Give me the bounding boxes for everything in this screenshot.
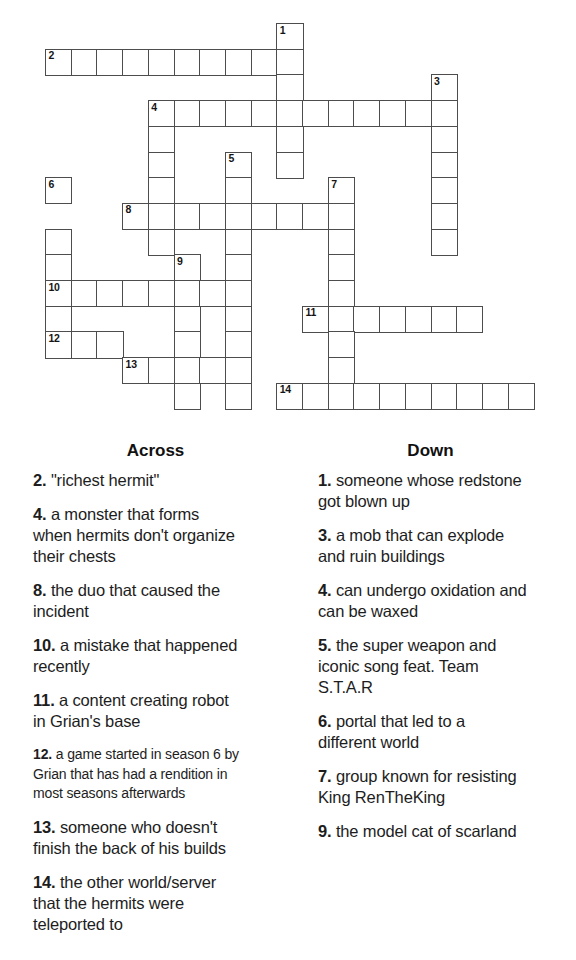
cell-number: 12 (49, 333, 60, 345)
grid-cell[interactable] (276, 203, 303, 230)
grid-cell[interactable]: 5 (225, 152, 252, 179)
clue-number: 11. (33, 691, 55, 709)
cell-number: 13 (126, 359, 137, 371)
grid-cell[interactable] (225, 331, 252, 358)
grid-cell[interactable] (174, 203, 201, 230)
clue-text: group known for resisting King RenTheKin… (318, 767, 517, 806)
grid-cell[interactable] (276, 74, 303, 101)
cell-number: 10 (49, 282, 60, 294)
across-clue-item: 13. someone who doesn't finish the back … (33, 817, 278, 859)
clue-number: 12. (33, 746, 52, 762)
clue-number: 3. (318, 526, 331, 544)
down-clue-item: 4. can undergo oxidation and can be waxe… (318, 580, 543, 622)
grid-cell[interactable]: 7 (328, 177, 355, 204)
clue-number: 8. (33, 581, 46, 599)
grid-cell[interactable] (456, 383, 483, 410)
grid-cell[interactable] (276, 126, 303, 153)
grid-cell[interactable]: 8 (122, 203, 149, 230)
grid-cell[interactable] (431, 126, 458, 153)
grid-cell[interactable]: 1 (276, 23, 303, 50)
grid-cell[interactable] (71, 49, 98, 76)
down-clue-item: 7. group known for resisting King RenThe… (318, 766, 543, 808)
grid-cell[interactable] (328, 280, 355, 307)
clue-number: 10. (33, 636, 56, 654)
grid-cell[interactable] (251, 49, 278, 76)
down-clues: Down 1. someone whose redstone got blown… (318, 440, 543, 855)
grid-cell[interactable] (302, 100, 329, 127)
cell-number: 7 (331, 179, 337, 191)
grid-cell[interactable] (148, 229, 175, 256)
grid-cell[interactable] (328, 229, 355, 256)
across-clue-item: 4. a monster that forms when hermits don… (33, 504, 278, 567)
down-clue-item: 6. portal that led to a different world (318, 711, 543, 753)
clue-number: 5. (318, 636, 331, 654)
grid-cell[interactable] (174, 306, 201, 333)
across-clues: Across 2. "richest hermit"4. a monster t… (33, 440, 278, 948)
grid-cell[interactable] (431, 152, 458, 179)
across-clue-item: 2. "richest hermit" (33, 470, 278, 491)
clue-number: 13. (33, 818, 56, 836)
grid-cell[interactable] (379, 383, 406, 410)
clue-text: "richest hermit" (46, 471, 159, 489)
grid-cell[interactable] (45, 306, 72, 333)
grid-cell[interactable] (328, 306, 355, 333)
grid-cell[interactable] (122, 280, 149, 307)
clue-number: 9. (318, 822, 331, 840)
grid-cell[interactable]: 10 (45, 280, 72, 307)
crossword-page: 1234567891011121314 Across 2. "richest h… (0, 0, 576, 960)
across-clue-item: 14. the other world/server that the herm… (33, 872, 278, 935)
grid-cell[interactable] (199, 280, 226, 307)
grid-cell[interactable] (96, 280, 123, 307)
grid-cell[interactable] (328, 331, 355, 358)
grid-cell[interactable] (199, 357, 226, 384)
grid-cell[interactable] (276, 100, 303, 127)
clue-text: a mistake that happened recently (33, 636, 237, 675)
clue-text: a game started in season 6 by Grian that… (33, 746, 239, 801)
grid-cell[interactable] (225, 229, 252, 256)
grid-cell[interactable] (431, 100, 458, 127)
cell-number: 3 (434, 76, 440, 88)
grid-cell[interactable] (45, 254, 72, 281)
grid-cell[interactable] (225, 357, 252, 384)
cell-number: 1 (280, 25, 286, 37)
grid-cell[interactable] (302, 203, 329, 230)
down-clue-item: 9. the model cat of scarland (318, 821, 543, 842)
grid-cell[interactable] (122, 49, 149, 76)
clue-number: 2. (33, 471, 46, 489)
across-clue-item: 11. a content creating robot in Grian's … (33, 690, 278, 732)
grid-cell[interactable] (225, 306, 252, 333)
crossword-grid: 1234567891011121314 (45, 23, 535, 410)
clue-text: can undergo oxidation and can be waxed (318, 581, 527, 620)
grid-cell[interactable]: 11 (302, 306, 329, 333)
grid-cell[interactable] (199, 49, 226, 76)
grid-cell[interactable] (225, 100, 252, 127)
clue-number: 7. (318, 767, 331, 785)
grid-cell[interactable] (148, 357, 175, 384)
clue-text: the super weapon and iconic song feat. T… (318, 636, 496, 696)
clue-text: the other world/server that the hermits … (33, 873, 216, 933)
grid-cell[interactable] (174, 331, 201, 358)
cell-number: 9 (177, 256, 183, 268)
grid-cell[interactable] (328, 357, 355, 384)
down-clue-item: 5. the super weapon and iconic song feat… (318, 635, 543, 698)
grid-cell[interactable] (225, 254, 252, 281)
grid-cell[interactable]: 6 (45, 177, 72, 204)
clue-text: the duo that caused the incident (33, 581, 220, 620)
grid-cell[interactable] (353, 306, 380, 333)
grid-cell[interactable] (431, 383, 458, 410)
grid-cell[interactable] (174, 49, 201, 76)
grid-cell[interactable] (174, 280, 201, 307)
grid-cell[interactable] (174, 100, 201, 127)
grid-cell[interactable] (379, 100, 406, 127)
grid-cell[interactable] (482, 383, 509, 410)
clue-text: someone whose redstone got blown up (318, 471, 522, 510)
grid-cell[interactable]: 12 (45, 331, 72, 358)
clue-text: the model cat of scarland (331, 822, 516, 840)
clue-number: 4. (33, 505, 46, 523)
grid-cell[interactable]: 3 (431, 74, 458, 101)
grid-cell[interactable] (405, 383, 432, 410)
grid-cell[interactable] (148, 49, 175, 76)
grid-cell[interactable] (96, 331, 123, 358)
clue-number: 1. (318, 471, 331, 489)
grid-cell[interactable] (225, 177, 252, 204)
grid-cell[interactable] (174, 383, 201, 410)
cell-number: 8 (126, 204, 132, 216)
grid-cell[interactable] (353, 100, 380, 127)
grid-cell[interactable] (71, 280, 98, 307)
grid-cell[interactable] (148, 126, 175, 153)
across-clue-item: 12. a game started in season 6 by Grian … (33, 745, 278, 804)
grid-cell[interactable] (148, 280, 175, 307)
cell-number: 2 (49, 50, 55, 62)
cell-number: 4 (151, 102, 157, 114)
grid-cell[interactable] (225, 203, 252, 230)
grid-cell[interactable] (148, 152, 175, 179)
grid-cell[interactable]: 4 (148, 100, 175, 127)
grid-cell[interactable] (276, 152, 303, 179)
grid-cell[interactable]: 9 (174, 254, 201, 281)
grid-cell[interactable] (45, 229, 72, 256)
clue-number: 14. (33, 873, 56, 891)
grid-cell[interactable] (251, 203, 278, 230)
grid-cell[interactable] (431, 229, 458, 256)
grid-cell[interactable] (328, 254, 355, 281)
down-clue-item: 3. a mob that can explode and ruin build… (318, 525, 543, 567)
across-header: Across (33, 440, 278, 461)
grid-cell[interactable] (174, 357, 201, 384)
grid-cell[interactable] (71, 331, 98, 358)
grid-cell[interactable]: 14 (276, 383, 303, 410)
clue-number: 6. (318, 712, 331, 730)
grid-cell[interactable]: 2 (45, 49, 72, 76)
down-clue-list: 1. someone whose redstone got blown up3.… (318, 470, 543, 842)
grid-cell[interactable] (353, 383, 380, 410)
clue-text: a mob that can explode and ruin building… (318, 526, 504, 565)
cell-number: 14 (280, 384, 291, 396)
grid-cell[interactable] (96, 49, 123, 76)
grid-cell[interactable] (199, 100, 226, 127)
cell-number: 5 (228, 153, 234, 165)
grid-cell[interactable]: 13 (122, 357, 149, 384)
grid-cell[interactable] (379, 306, 406, 333)
clue-text: a monster that forms when hermits don't … (33, 505, 235, 565)
clue-number: 4. (318, 581, 331, 599)
grid-cell[interactable] (148, 177, 175, 204)
cell-number: 11 (306, 307, 317, 319)
clue-text: portal that led to a different world (318, 712, 465, 751)
grid-cell[interactable] (199, 203, 226, 230)
grid-cell[interactable] (328, 100, 355, 127)
grid-cell[interactable] (431, 203, 458, 230)
grid-cell[interactable] (276, 49, 303, 76)
grid-cell[interactable] (456, 306, 483, 333)
across-clue-item: 8. the duo that caused the incident (33, 580, 278, 622)
down-clue-item: 1. someone whose redstone got blown up (318, 470, 543, 512)
down-header: Down (318, 440, 543, 461)
clues-section: Across 2. "richest hermit"4. a monster t… (0, 440, 576, 948)
grid-cell[interactable] (328, 383, 355, 410)
grid-cell[interactable] (431, 177, 458, 204)
cell-number: 6 (49, 179, 55, 191)
grid-cell[interactable] (431, 306, 458, 333)
grid-cell[interactable] (405, 306, 432, 333)
grid-cell[interactable] (405, 100, 432, 127)
grid-cell[interactable] (148, 203, 175, 230)
grid-cell[interactable] (302, 383, 329, 410)
grid-cell[interactable] (508, 383, 535, 410)
grid-cell[interactable] (328, 203, 355, 230)
clue-text: someone who doesn't finish the back of h… (33, 818, 226, 857)
grid-cell[interactable] (225, 383, 252, 410)
grid-cell[interactable] (251, 100, 278, 127)
across-clue-list: 2. "richest hermit"4. a monster that for… (33, 470, 278, 935)
clue-text: a content creating robot in Grian's base (33, 691, 229, 730)
across-clue-item: 10. a mistake that happened recently (33, 635, 278, 677)
grid-cell[interactable] (225, 49, 252, 76)
grid-cell[interactable] (225, 280, 252, 307)
